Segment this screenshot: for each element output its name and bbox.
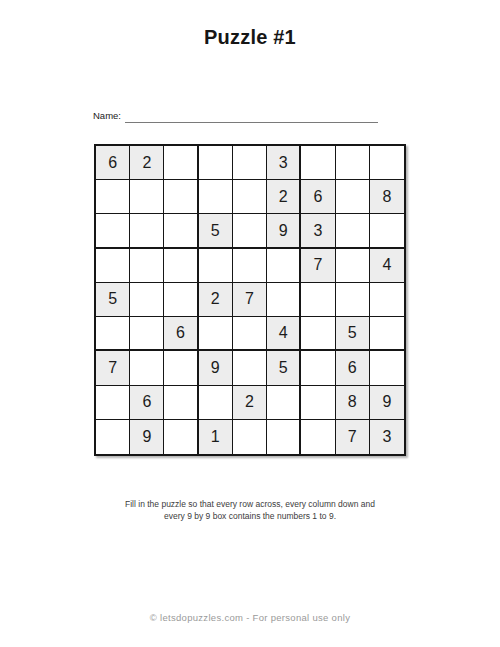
sudoku-cell-r7c3[interactable] [164, 351, 198, 385]
sudoku-cell-r2c5[interactable] [233, 180, 267, 214]
sudoku-cell-r2c3[interactable] [164, 180, 198, 214]
sudoku-cell-r9c7[interactable] [301, 420, 335, 454]
sudoku-cell-r1c1: 6 [96, 146, 130, 180]
sudoku-cell-r1c5[interactable] [233, 146, 267, 180]
sudoku-cell-r1c8[interactable] [336, 146, 370, 180]
sudoku-cell-r7c2[interactable] [130, 351, 164, 385]
sudoku-cell-r2c6: 2 [267, 180, 301, 214]
sudoku-cell-r2c9: 8 [370, 180, 404, 214]
name-blank-line[interactable] [125, 109, 378, 123]
sudoku-cell-r2c4[interactable] [199, 180, 233, 214]
sudoku-cell-r7c7[interactable] [301, 351, 335, 385]
sudoku-cell-r9c4: 1 [199, 420, 233, 454]
sudoku-cell-r9c3[interactable] [164, 420, 198, 454]
sudoku-cell-r3c5[interactable] [233, 214, 267, 248]
sudoku-cell-r3c4: 5 [199, 214, 233, 248]
page-title: Puzzle #1 [0, 26, 500, 49]
sudoku-cell-r2c2[interactable] [130, 180, 164, 214]
sudoku-cell-r6c5[interactable] [233, 317, 267, 351]
sudoku-cell-r8c4[interactable] [199, 386, 233, 420]
sudoku-cell-r3c3[interactable] [164, 214, 198, 248]
sudoku-cell-r1c7[interactable] [301, 146, 335, 180]
sudoku-cell-r7c5[interactable] [233, 351, 267, 385]
sudoku-cell-r3c9[interactable] [370, 214, 404, 248]
sudoku-grid: 62326859374527645795662899173 [96, 146, 404, 454]
sudoku-cell-r1c3[interactable] [164, 146, 198, 180]
sudoku-cell-r1c4[interactable] [199, 146, 233, 180]
sudoku-cell-r8c7[interactable] [301, 386, 335, 420]
sudoku-cell-r5c9[interactable] [370, 283, 404, 317]
sudoku-cell-r6c2[interactable] [130, 317, 164, 351]
sudoku-cell-r9c8: 7 [336, 420, 370, 454]
sudoku-cell-r9c1[interactable] [96, 420, 130, 454]
sudoku-cell-r6c4[interactable] [199, 317, 233, 351]
sudoku-cell-r4c2[interactable] [130, 249, 164, 283]
sudoku-cell-r6c1[interactable] [96, 317, 130, 351]
sudoku-cell-r3c2[interactable] [130, 214, 164, 248]
sudoku-cell-r7c1: 7 [96, 351, 130, 385]
sudoku-cell-r5c6[interactable] [267, 283, 301, 317]
sudoku-cell-r5c4: 2 [199, 283, 233, 317]
sudoku-cell-r2c7: 6 [301, 180, 335, 214]
sudoku-cell-r4c9: 4 [370, 249, 404, 283]
sudoku-cell-r6c3: 6 [164, 317, 198, 351]
sudoku-cell-r6c6: 4 [267, 317, 301, 351]
sudoku-cell-r5c1: 5 [96, 283, 130, 317]
sudoku-board: 62326859374527645795662899173 [94, 144, 406, 456]
sudoku-cell-r7c8: 6 [336, 351, 370, 385]
sudoku-cell-r2c1[interactable] [96, 180, 130, 214]
sudoku-cell-r6c9[interactable] [370, 317, 404, 351]
sudoku-cell-r9c5[interactable] [233, 420, 267, 454]
sudoku-cell-r7c6: 5 [267, 351, 301, 385]
sudoku-cell-r8c9: 9 [370, 386, 404, 420]
sudoku-cell-r8c2: 6 [130, 386, 164, 420]
sudoku-cell-r5c3[interactable] [164, 283, 198, 317]
sudoku-cell-r4c7: 7 [301, 249, 335, 283]
worksheet-page: Puzzle #1 Name: 623268593745276457956628… [0, 0, 500, 647]
name-row: Name: [93, 109, 378, 123]
name-label: Name: [93, 109, 125, 123]
sudoku-cell-r4c8[interactable] [336, 249, 370, 283]
sudoku-cell-r1c6: 3 [267, 146, 301, 180]
sudoku-cell-r8c1[interactable] [96, 386, 130, 420]
sudoku-cell-r5c8[interactable] [336, 283, 370, 317]
sudoku-cell-r5c5: 7 [233, 283, 267, 317]
sudoku-cell-r3c7: 3 [301, 214, 335, 248]
sudoku-cell-r9c9: 3 [370, 420, 404, 454]
sudoku-cell-r4c3[interactable] [164, 249, 198, 283]
instructions-line-1: Fill in the puzzle so that every row acr… [0, 498, 500, 510]
instructions-line-2: every 9 by 9 box contains the numbers 1 … [0, 510, 500, 522]
sudoku-cell-r1c9[interactable] [370, 146, 404, 180]
sudoku-cell-r5c7[interactable] [301, 283, 335, 317]
sudoku-cell-r4c1[interactable] [96, 249, 130, 283]
sudoku-cell-r4c4[interactable] [199, 249, 233, 283]
sudoku-cell-r7c4: 9 [199, 351, 233, 385]
sudoku-cell-r4c5[interactable] [233, 249, 267, 283]
sudoku-cell-r9c2: 9 [130, 420, 164, 454]
instructions: Fill in the puzzle so that every row acr… [0, 498, 500, 522]
sudoku-cell-r5c2[interactable] [130, 283, 164, 317]
sudoku-cell-r3c8[interactable] [336, 214, 370, 248]
sudoku-cell-r9c6[interactable] [267, 420, 301, 454]
sudoku-cell-r8c5: 2 [233, 386, 267, 420]
sudoku-cell-r2c8[interactable] [336, 180, 370, 214]
sudoku-cell-r8c3[interactable] [164, 386, 198, 420]
sudoku-cell-r6c8: 5 [336, 317, 370, 351]
sudoku-cell-r4c6[interactable] [267, 249, 301, 283]
sudoku-cell-r3c1[interactable] [96, 214, 130, 248]
sudoku-cell-r8c6[interactable] [267, 386, 301, 420]
footer-credit: © letsdopuzzles.com - For personal use o… [0, 612, 500, 623]
sudoku-cell-r3c6: 9 [267, 214, 301, 248]
sudoku-cell-r8c8: 8 [336, 386, 370, 420]
sudoku-cell-r1c2: 2 [130, 146, 164, 180]
sudoku-cell-r6c7[interactable] [301, 317, 335, 351]
sudoku-cell-r7c9[interactable] [370, 351, 404, 385]
